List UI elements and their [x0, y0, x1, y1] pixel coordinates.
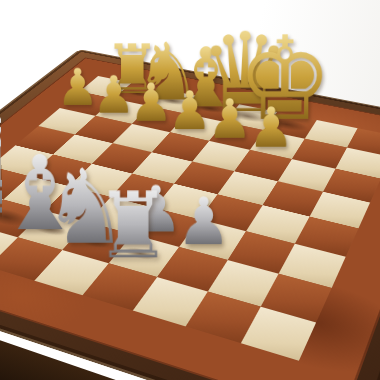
chess-photo-stage: ♜♞♝♛♚♟♟♟♟♟♟♟♟♛♚♝♞♜ — [0, 0, 380, 380]
pewter-rook[interactable]: ♜ — [95, 182, 172, 269]
brass-pawn[interactable]: ♟ — [129, 78, 173, 128]
brass-pawn[interactable]: ♟ — [207, 93, 252, 145]
square-h6[interactable] — [323, 169, 380, 203]
pewter-pawn[interactable]: ♟ — [176, 191, 231, 253]
chess-table: ♜♞♝♛♚♟♟♟♟♟♟♟♟♛♚♝♞♜ — [0, 49, 380, 380]
brass-pawn[interactable]: ♟ — [248, 102, 294, 154]
brass-pawn[interactable]: ♟ — [168, 86, 212, 137]
square-e2[interactable]: ♜ — [109, 234, 179, 277]
